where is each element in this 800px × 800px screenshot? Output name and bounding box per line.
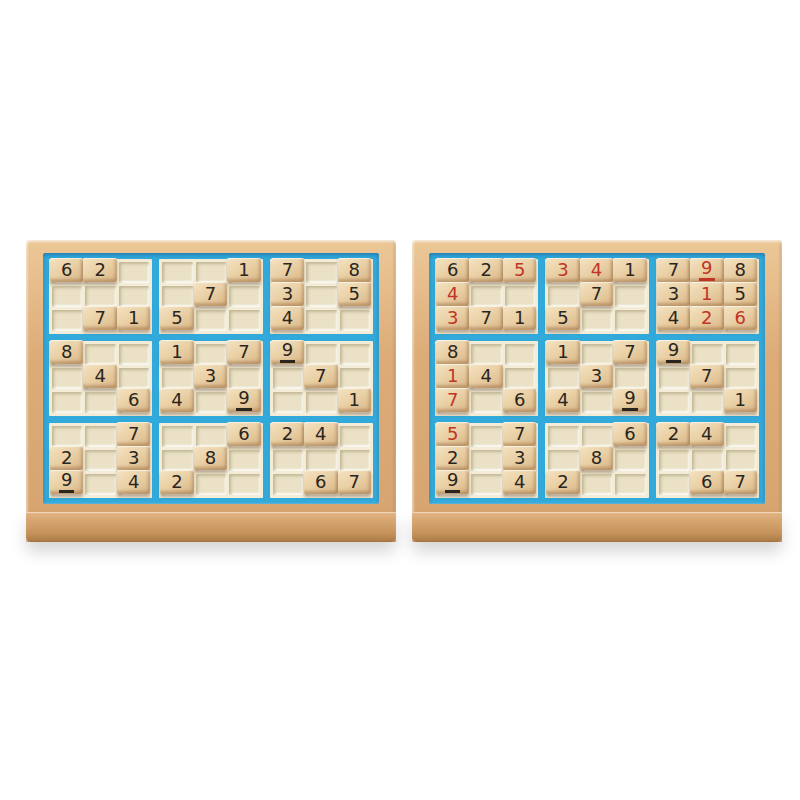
- number-tile-5[interactable]: 5: [503, 258, 536, 282]
- sudoku-cell-r9c4[interactable]: 2: [548, 474, 578, 495]
- tile-digit: 4: [128, 473, 139, 491]
- sudoku-cell-r4c9[interactable]: [726, 344, 756, 365]
- sudoku-cell-r2c8[interactable]: [306, 286, 336, 307]
- sudoku-cell-r6c5[interactable]: [196, 392, 226, 413]
- sudoku-cell-r9c6[interactable]: [229, 474, 259, 495]
- sudoku-box: 78354: [270, 259, 373, 334]
- sudoku-cell-r2c1[interactable]: [52, 286, 82, 307]
- sudoku-cell-r3c1[interactable]: 3: [438, 310, 468, 331]
- sudoku-cell-r1c5[interactable]: [196, 262, 226, 283]
- tile-digit: 6: [315, 473, 326, 491]
- sudoku-cell-r6c3[interactable]: 6: [505, 392, 535, 413]
- sudoku-cell-r9c8[interactable]: 6: [306, 474, 336, 495]
- sudoku-cell-r9c7[interactable]: [659, 474, 689, 495]
- sudoku-cell-r7c5[interactable]: [582, 426, 612, 447]
- number-tile-9[interactable]: 9: [227, 388, 260, 412]
- number-tile-7[interactable]: 7: [194, 282, 227, 306]
- tile-digit: 3: [514, 449, 525, 467]
- sudoku-cell-r7c4[interactable]: [162, 426, 192, 447]
- sudoku-cell-r7c5[interactable]: [196, 426, 226, 447]
- number-tile-3[interactable]: 3: [117, 446, 150, 470]
- tile-digit: 8: [205, 449, 216, 467]
- sudoku-cell-r5c5[interactable]: 3: [196, 368, 226, 389]
- number-tile-6[interactable]: 6: [724, 306, 757, 330]
- sudoku-cell-r9c1[interactable]: 9: [438, 474, 468, 495]
- sudoku-cell-r7c6[interactable]: 6: [229, 426, 259, 447]
- number-tile-2[interactable]: 2: [83, 258, 116, 282]
- tile-digit: 7: [238, 343, 249, 361]
- sudoku-cell-r5c6[interactable]: [615, 368, 645, 389]
- board-grid: 6254371341757983154268147617349971572394…: [435, 259, 759, 498]
- tile-digit: 2: [447, 449, 458, 467]
- number-tile-9[interactable]: 9: [436, 470, 469, 494]
- tile-digit: 8: [447, 343, 458, 361]
- number-tile-5[interactable]: 5: [546, 306, 579, 330]
- sudoku-cell-r4c6[interactable]: 7: [615, 344, 645, 365]
- sudoku-cell-r3c2[interactable]: 7: [85, 310, 115, 331]
- sudoku-cell-r6c7[interactable]: [659, 392, 689, 413]
- sudoku-cell-r8c4[interactable]: [162, 450, 192, 471]
- sudoku-box: 971: [270, 341, 373, 416]
- sudoku-cell-r4c3[interactable]: [505, 344, 535, 365]
- number-tile-9[interactable]: 9: [613, 388, 646, 412]
- sudoku-cell-r4c5[interactable]: [196, 344, 226, 365]
- sudoku-cell-r5c3[interactable]: [119, 368, 149, 389]
- number-tile-8[interactable]: 8: [50, 340, 83, 364]
- sudoku-cell-r7c9[interactable]: [340, 426, 370, 447]
- sudoku-cell-r1c4[interactable]: [162, 262, 192, 283]
- sudoku-cell-r6c1[interactable]: [52, 392, 82, 413]
- number-tile-2[interactable]: 2: [546, 470, 579, 494]
- tile-digit: 7: [624, 343, 635, 361]
- number-tile-3[interactable]: 3: [657, 282, 690, 306]
- sudoku-cell-r1c9[interactable]: 8: [340, 262, 370, 283]
- tile-digit: 8: [591, 449, 602, 467]
- sudoku-cell-r4c7[interactable]: 9: [659, 344, 689, 365]
- sudoku-cell-r3c9[interactable]: 6: [726, 310, 756, 331]
- sudoku-cell-r1c1[interactable]: 6: [438, 262, 468, 283]
- sudoku-cell-r9c3[interactable]: 4: [119, 474, 149, 495]
- tile-digit: 5: [349, 285, 360, 303]
- sudoku-cell-r2c4[interactable]: [548, 286, 578, 307]
- sudoku-cell-r3c3[interactable]: 1: [505, 310, 535, 331]
- sudoku-cell-r2c1[interactable]: 4: [438, 286, 468, 307]
- number-tile-3[interactable]: 3: [271, 282, 304, 306]
- sudoku-cell-r7c8[interactable]: 4: [692, 426, 722, 447]
- tile-digit: 4: [480, 367, 491, 385]
- sudoku-cell-r5c6[interactable]: [229, 368, 259, 389]
- tile-digit: 7: [514, 425, 525, 443]
- tile-digit: 3: [668, 285, 679, 303]
- sudoku-cell-r9c2[interactable]: [471, 474, 501, 495]
- sudoku-cell-r4c2[interactable]: [85, 344, 115, 365]
- sudoku-cell-r9c7[interactable]: [273, 474, 303, 495]
- tile-digit: 7: [447, 391, 458, 409]
- sudoku-cell-r2c3[interactable]: [505, 286, 535, 307]
- tile-digit: 7: [205, 285, 216, 303]
- tile-digit: 9: [445, 471, 460, 493]
- sudoku-cell-r3c8[interactable]: 2: [692, 310, 722, 331]
- number-tile-4[interactable]: 4: [117, 470, 150, 494]
- sudoku-cell-r3c2[interactable]: 7: [471, 310, 501, 331]
- sudoku-cell-r8c8[interactable]: [692, 450, 722, 471]
- number-tile-8[interactable]: 8: [338, 258, 371, 282]
- sudoku-cell-r2c8[interactable]: 1: [692, 286, 722, 307]
- sudoku-cell-r5c1[interactable]: [52, 368, 82, 389]
- sudoku-cell-r6c7[interactable]: [273, 392, 303, 413]
- sudoku-cell-r9c2[interactable]: [85, 474, 115, 495]
- sudoku-cell-r8c1[interactable]: 2: [438, 450, 468, 471]
- sudoku-cell-r4c4[interactable]: 1: [548, 344, 578, 365]
- sudoku-cell-r1c1[interactable]: 6: [52, 262, 82, 283]
- number-tile-3[interactable]: 3: [546, 258, 579, 282]
- sudoku-cell-r7c4[interactable]: [548, 426, 578, 447]
- number-tile-6[interactable]: 6: [690, 470, 723, 494]
- sudoku-cell-r3c5[interactable]: [196, 310, 226, 331]
- sudoku-cell-r2c5[interactable]: 7: [196, 286, 226, 307]
- sudoku-cell-r7c7[interactable]: 2: [273, 426, 303, 447]
- sudoku-cell-r7c3[interactable]: 7: [119, 426, 149, 447]
- sudoku-box: 2467: [270, 423, 373, 498]
- number-tile-4[interactable]: 4: [160, 388, 193, 412]
- tile-digit: 5: [735, 285, 746, 303]
- number-tile-7[interactable]: 7: [271, 258, 304, 282]
- sudoku-cell-r8c8[interactable]: [306, 450, 336, 471]
- sudoku-cell-r4c6[interactable]: 7: [229, 344, 259, 365]
- sudoku-cell-r5c8[interactable]: 7: [306, 368, 336, 389]
- sudoku-cell-r8c3[interactable]: 3: [119, 450, 149, 471]
- sudoku-cell-r1c9[interactable]: 8: [726, 262, 756, 283]
- sudoku-cell-r3c3[interactable]: 1: [119, 310, 149, 331]
- sudoku-cell-r8c5[interactable]: 8: [582, 450, 612, 471]
- tile-digit: 2: [94, 261, 105, 279]
- number-tile-9[interactable]: 9: [690, 258, 723, 282]
- sudoku-cell-r2c6[interactable]: [229, 286, 259, 307]
- board-tray: 6254371341757983154268147617349971572394…: [429, 253, 765, 504]
- number-tile-1[interactable]: 1: [724, 388, 757, 412]
- number-tile-2[interactable]: 2: [160, 470, 193, 494]
- number-tile-7[interactable]: 7: [690, 364, 723, 388]
- sudoku-cell-r6c4[interactable]: 4: [548, 392, 578, 413]
- number-tile-6[interactable]: 6: [436, 258, 469, 282]
- number-tile-1[interactable]: 1: [227, 258, 260, 282]
- number-tile-1[interactable]: 1: [338, 388, 371, 412]
- sudoku-cell-r8c1[interactable]: 2: [52, 450, 82, 471]
- sudoku-cell-r1c6[interactable]: 1: [229, 262, 259, 283]
- sudoku-cell-r3c6[interactable]: [615, 310, 645, 331]
- sudoku-cell-r9c4[interactable]: 2: [162, 474, 192, 495]
- sudoku-cell-r8c5[interactable]: 8: [196, 450, 226, 471]
- number-tile-6[interactable]: 6: [613, 422, 646, 446]
- number-tile-7[interactable]: 7: [503, 422, 536, 446]
- sudoku-cell-r3c4[interactable]: 5: [548, 310, 578, 331]
- sudoku-cell-r9c9[interactable]: 7: [340, 474, 370, 495]
- sudoku-cell-r8c3[interactable]: 3: [505, 450, 535, 471]
- number-tile-7[interactable]: 7: [580, 282, 613, 306]
- sudoku-box: 572394: [435, 423, 538, 498]
- sudoku-cell-r2c9[interactable]: 5: [726, 286, 756, 307]
- sudoku-cell-r5c2[interactable]: 4: [85, 368, 115, 389]
- board-front-edge: [26, 512, 396, 542]
- sudoku-cell-r5c9[interactable]: [726, 368, 756, 389]
- sudoku-cell-r9c1[interactable]: 9: [52, 474, 82, 495]
- sudoku-cell-r8c6[interactable]: [229, 450, 259, 471]
- board-front-edge: [412, 512, 782, 542]
- tile-digit: 7: [480, 309, 491, 327]
- sudoku-cell-r2c6[interactable]: [615, 286, 645, 307]
- number-tile-8[interactable]: 8: [724, 258, 757, 282]
- tile-digit: 7: [128, 425, 139, 443]
- sudoku-cell-r6c2[interactable]: [85, 392, 115, 413]
- number-tile-4[interactable]: 4: [580, 258, 613, 282]
- sudoku-cell-r4c8[interactable]: [306, 344, 336, 365]
- sudoku-cell-r6c4[interactable]: 4: [162, 392, 192, 413]
- sudoku-cell-r6c8[interactable]: [306, 392, 336, 413]
- number-tile-6[interactable]: 6: [503, 388, 536, 412]
- sudoku-cell-r6c6[interactable]: 9: [229, 392, 259, 413]
- sudoku-box: 971: [656, 341, 759, 416]
- sudoku-cell-r2c7[interactable]: 3: [659, 286, 689, 307]
- sudoku-cell-r5c7[interactable]: [659, 368, 689, 389]
- sudoku-cell-r1c8[interactable]: 9: [692, 262, 722, 283]
- sudoku-cell-r5c2[interactable]: 4: [471, 368, 501, 389]
- number-tile-7[interactable]: 7: [227, 340, 260, 364]
- sudoku-cell-r4c1[interactable]: 8: [52, 344, 82, 365]
- sudoku-cell-r1c2[interactable]: 2: [85, 262, 115, 283]
- tile-digit: 4: [171, 391, 182, 409]
- number-tile-4[interactable]: 4: [271, 306, 304, 330]
- sudoku-cell-r1c7[interactable]: 7: [659, 262, 689, 283]
- sudoku-cell-r2c3[interactable]: [119, 286, 149, 307]
- sudoku-cell-r3c6[interactable]: [229, 310, 259, 331]
- sudoku-cell-r4c7[interactable]: 9: [273, 344, 303, 365]
- sudoku-cell-r9c6[interactable]: [615, 474, 645, 495]
- number-tile-5[interactable]: 5: [338, 282, 371, 306]
- number-tile-4[interactable]: 4: [546, 388, 579, 412]
- sudoku-cell-r3c8[interactable]: [306, 310, 336, 331]
- sudoku-cell-r9c9[interactable]: 7: [726, 474, 756, 495]
- number-tile-5[interactable]: 5: [724, 282, 757, 306]
- number-tile-9[interactable]: 9: [271, 340, 304, 364]
- tile-digit: 2: [668, 425, 679, 443]
- sudoku-cell-r6c3[interactable]: 6: [119, 392, 149, 413]
- tile-digit: 4: [557, 391, 568, 409]
- sudoku-cell-r7c8[interactable]: 4: [306, 426, 336, 447]
- tile-digit: 2: [480, 261, 491, 279]
- sudoku-cell-r1c7[interactable]: 7: [273, 262, 303, 283]
- number-tile-6[interactable]: 6: [304, 470, 337, 494]
- sudoku-cell-r1c3[interactable]: 5: [505, 262, 535, 283]
- number-tile-7[interactable]: 7: [436, 388, 469, 412]
- sudoku-cell-r7c6[interactable]: 6: [615, 426, 645, 447]
- number-tile-5[interactable]: 5: [436, 422, 469, 446]
- tile-digit: 1: [701, 285, 712, 303]
- sudoku-cell-r2c4[interactable]: [162, 286, 192, 307]
- sudoku-cell-r4c8[interactable]: [692, 344, 722, 365]
- sudoku-cell-r3c1[interactable]: [52, 310, 82, 331]
- number-tile-4[interactable]: 4: [304, 422, 337, 446]
- number-tile-2[interactable]: 2: [690, 306, 723, 330]
- sudoku-cell-r4c9[interactable]: [340, 344, 370, 365]
- number-tile-3[interactable]: 3: [194, 364, 227, 388]
- sudoku-cell-r7c2[interactable]: [85, 426, 115, 447]
- sudoku-cell-r1c2[interactable]: 2: [471, 262, 501, 283]
- sudoku-cell-r1c4[interactable]: 3: [548, 262, 578, 283]
- tile-digit: 3: [557, 261, 568, 279]
- number-tile-2[interactable]: 2: [271, 422, 304, 446]
- sudoku-cell-r8c6[interactable]: [615, 450, 645, 471]
- sudoku-cell-r2c7[interactable]: 3: [273, 286, 303, 307]
- number-tile-1[interactable]: 1: [613, 258, 646, 282]
- sudoku-cell-r6c2[interactable]: [471, 392, 501, 413]
- sudoku-cell-r2c2[interactable]: [471, 286, 501, 307]
- sudoku-cell-r3c5[interactable]: [582, 310, 612, 331]
- sudoku-box: 2467: [656, 423, 759, 498]
- sudoku-cell-r6c5[interactable]: [582, 392, 612, 413]
- number-tile-6[interactable]: 6: [117, 388, 150, 412]
- sudoku-cell-r8c9[interactable]: [340, 450, 370, 471]
- sudoku-cell-r7c9[interactable]: [726, 426, 756, 447]
- tile-digit: 9: [59, 471, 74, 493]
- sudoku-cell-r2c9[interactable]: 5: [340, 286, 370, 307]
- number-tile-1[interactable]: 1: [436, 364, 469, 388]
- sudoku-cell-r7c3[interactable]: 7: [505, 426, 535, 447]
- sudoku-cell-r4c2[interactable]: [471, 344, 501, 365]
- number-tile-7[interactable]: 7: [613, 340, 646, 364]
- sudoku-cell-r6c1[interactable]: 7: [438, 392, 468, 413]
- number-tile-4[interactable]: 4: [690, 422, 723, 446]
- sudoku-box: 846: [49, 341, 152, 416]
- number-tile-8[interactable]: 8: [580, 446, 613, 470]
- sudoku-box: 6271: [49, 259, 152, 334]
- sudoku-cell-r5c9[interactable]: [340, 368, 370, 389]
- sudoku-cell-r8c9[interactable]: [726, 450, 756, 471]
- number-tile-1[interactable]: 1: [546, 340, 579, 364]
- number-tile-2[interactable]: 2: [469, 258, 502, 282]
- tile-digit: 9: [699, 259, 714, 281]
- sudoku-cell-r6c6[interactable]: 9: [615, 392, 645, 413]
- sudoku-cell-r1c5[interactable]: 4: [582, 262, 612, 283]
- number-tile-7[interactable]: 7: [469, 306, 502, 330]
- sudoku-box: 682: [545, 423, 648, 498]
- number-tile-7[interactable]: 7: [724, 470, 757, 494]
- number-tile-7[interactable]: 7: [338, 470, 371, 494]
- tile-digit: 4: [282, 309, 293, 327]
- number-tile-7[interactable]: 7: [304, 364, 337, 388]
- tile-digit: 2: [701, 309, 712, 327]
- number-tile-1[interactable]: 1: [503, 306, 536, 330]
- sudoku-cell-r7c2[interactable]: [471, 426, 501, 447]
- sudoku-box: 34175: [545, 259, 648, 334]
- number-tile-2[interactable]: 2: [436, 446, 469, 470]
- number-tile-6[interactable]: 6: [50, 258, 83, 282]
- number-tile-1[interactable]: 1: [160, 340, 193, 364]
- sudoku-cell-r6c9[interactable]: 1: [340, 392, 370, 413]
- tile-digit: 7: [282, 261, 293, 279]
- tile-digit: 3: [282, 285, 293, 303]
- number-tile-6[interactable]: 6: [227, 422, 260, 446]
- number-tile-1[interactable]: 1: [117, 306, 150, 330]
- number-tile-8[interactable]: 8: [436, 340, 469, 364]
- number-tile-7[interactable]: 7: [83, 306, 116, 330]
- tile-digit: 1: [238, 261, 249, 279]
- sudoku-cell-r9c5[interactable]: [196, 474, 226, 495]
- sudoku-cell-r6c8[interactable]: [692, 392, 722, 413]
- number-tile-8[interactable]: 8: [194, 446, 227, 470]
- number-tile-7[interactable]: 7: [657, 258, 690, 282]
- number-tile-3[interactable]: 3: [580, 364, 613, 388]
- sudoku-cell-r7c1[interactable]: [52, 426, 82, 447]
- tile-digit: 2: [171, 473, 182, 491]
- sudoku-cell-r3c4[interactable]: 5: [162, 310, 192, 331]
- number-tile-2[interactable]: 2: [50, 446, 83, 470]
- tile-digit: 2: [61, 449, 72, 467]
- number-tile-3[interactable]: 3: [436, 306, 469, 330]
- sudoku-cell-r3c9[interactable]: [340, 310, 370, 331]
- number-tile-4[interactable]: 4: [657, 306, 690, 330]
- sudoku-cell-r7c1[interactable]: 5: [438, 426, 468, 447]
- number-tile-5[interactable]: 5: [160, 306, 193, 330]
- tile-digit: 7: [735, 473, 746, 491]
- sudoku-cell-r8c7[interactable]: [273, 450, 303, 471]
- sudoku-cell-r9c3[interactable]: 4: [505, 474, 535, 495]
- tile-digit: 8: [349, 261, 360, 279]
- sudoku-cell-r5c4[interactable]: [548, 368, 578, 389]
- sudoku-cell-r5c3[interactable]: [505, 368, 535, 389]
- number-tile-3[interactable]: 3: [503, 446, 536, 470]
- sudoku-cell-r6c9[interactable]: 1: [726, 392, 756, 413]
- sudoku-cell-r9c5[interactable]: [582, 474, 612, 495]
- sudoku-cell-r1c6[interactable]: 1: [615, 262, 645, 283]
- sudoku-cell-r5c5[interactable]: 3: [582, 368, 612, 389]
- sudoku-cell-r2c5[interactable]: 7: [582, 286, 612, 307]
- number-tile-1[interactable]: 1: [690, 282, 723, 306]
- sudoku-cell-r1c8[interactable]: [306, 262, 336, 283]
- sudoku-cell-r4c1[interactable]: 8: [438, 344, 468, 365]
- sudoku-cell-r7c7[interactable]: 2: [659, 426, 689, 447]
- number-tile-4[interactable]: 4: [469, 364, 502, 388]
- sudoku-box: 682: [159, 423, 262, 498]
- number-tile-9[interactable]: 9: [50, 470, 83, 494]
- sudoku-cell-r8c2[interactable]: [85, 450, 115, 471]
- number-tile-9[interactable]: 9: [657, 340, 690, 364]
- sudoku-cell-r2c2[interactable]: [85, 286, 115, 307]
- sudoku-cell-r8c2[interactable]: [471, 450, 501, 471]
- sudoku-cell-r4c4[interactable]: 1: [162, 344, 192, 365]
- sudoku-cell-r3c7[interactable]: 4: [659, 310, 689, 331]
- number-tile-2[interactable]: 2: [657, 422, 690, 446]
- number-tile-4[interactable]: 4: [503, 470, 536, 494]
- sudoku-cell-r5c7[interactable]: [273, 368, 303, 389]
- sudoku-cell-r8c7[interactable]: [659, 450, 689, 471]
- sudoku-cell-r5c8[interactable]: 7: [692, 368, 722, 389]
- sudoku-cell-r5c1[interactable]: 1: [438, 368, 468, 389]
- number-tile-4[interactable]: 4: [83, 364, 116, 388]
- sudoku-cell-r4c3[interactable]: [119, 344, 149, 365]
- sudoku-cell-r1c3[interactable]: [119, 262, 149, 283]
- number-tile-7[interactable]: 7: [117, 422, 150, 446]
- tile-digit: 4: [447, 285, 458, 303]
- sudoku-box: 175: [159, 259, 262, 334]
- tile-digit: 3: [591, 367, 602, 385]
- sudoku-cell-r9c8[interactable]: 6: [692, 474, 722, 495]
- sudoku-cell-r3c7[interactable]: 4: [273, 310, 303, 331]
- sudoku-cell-r5c4[interactable]: [162, 368, 192, 389]
- sudoku-cell-r4c5[interactable]: [582, 344, 612, 365]
- number-tile-4[interactable]: 4: [436, 282, 469, 306]
- sudoku-cell-r8c4[interactable]: [548, 450, 578, 471]
- tile-digit: 4: [514, 473, 525, 491]
